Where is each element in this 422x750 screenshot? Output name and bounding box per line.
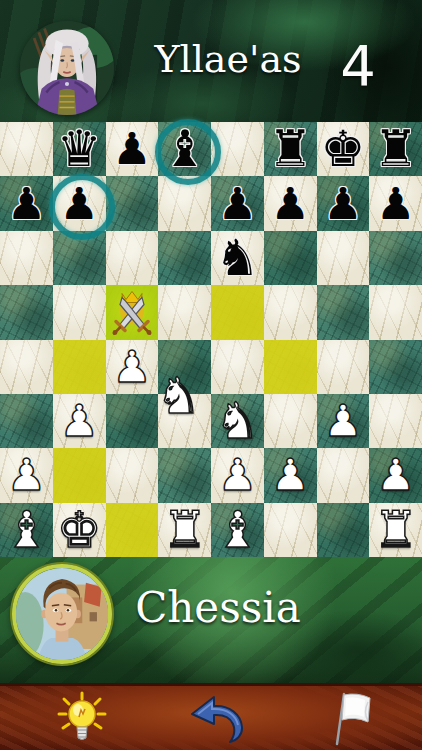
square-f1[interactable] bbox=[264, 503, 317, 557]
white-knight-e3[interactable]: ♞ bbox=[215, 396, 260, 446]
white-pawn-f2[interactable]: ♟ bbox=[270, 453, 309, 497]
black-rook-f8[interactable]: ♜ bbox=[268, 124, 313, 174]
square-d2[interactable] bbox=[158, 448, 211, 502]
black-pawn-c8[interactable]: ♟ bbox=[112, 127, 151, 171]
move-circle-marker bbox=[49, 174, 115, 240]
square-h2[interactable]: ♟ bbox=[369, 448, 422, 502]
move-circle-marker bbox=[155, 119, 221, 185]
top-player-name: Yllae'as bbox=[128, 40, 328, 78]
white-pawn-e2[interactable]: ♟ bbox=[218, 453, 257, 497]
square-g4[interactable] bbox=[317, 340, 370, 394]
bottom-player-bar: Chessia bbox=[0, 557, 422, 683]
game-toolbar bbox=[0, 683, 422, 750]
square-a4[interactable] bbox=[0, 340, 53, 394]
square-f5[interactable] bbox=[264, 285, 317, 339]
square-h7[interactable]: ♟ bbox=[369, 176, 422, 230]
black-pawn-e7[interactable]: ♟ bbox=[218, 182, 257, 226]
black-pawn-g7[interactable]: ♟ bbox=[323, 182, 362, 226]
chess-app: Yllae'as 4 ♛♟♝♜♚♜♟♟♟♟♟♟♞ ♟♟♞♞♟♟♟♟♟♝♚♜♝♜ bbox=[0, 0, 422, 750]
white-bishop-e1[interactable]: ♝ bbox=[215, 505, 260, 555]
square-h6[interactable] bbox=[369, 231, 422, 285]
white-bishop-a1[interactable]: ♝ bbox=[4, 505, 49, 555]
square-h4[interactable] bbox=[369, 340, 422, 394]
white-flag-icon bbox=[325, 690, 373, 746]
square-f4[interactable] bbox=[264, 340, 317, 394]
battle-swords-icon bbox=[110, 289, 154, 336]
square-a6[interactable] bbox=[0, 231, 53, 285]
square-c1[interactable] bbox=[106, 503, 159, 557]
square-a7[interactable]: ♟ bbox=[0, 176, 53, 230]
undo-arrow-icon bbox=[188, 693, 246, 743]
square-c8[interactable]: ♟ bbox=[106, 122, 159, 176]
white-rook-d1[interactable]: ♜ bbox=[162, 505, 207, 555]
square-g1[interactable] bbox=[317, 503, 370, 557]
black-queen-b8[interactable]: ♛ bbox=[57, 124, 102, 174]
square-g7[interactable]: ♟ bbox=[317, 176, 370, 230]
black-knight-e6[interactable]: ♞ bbox=[215, 233, 260, 283]
square-g6[interactable] bbox=[317, 231, 370, 285]
square-h1[interactable]: ♜ bbox=[369, 503, 422, 557]
square-b7[interactable]: ♟ bbox=[53, 176, 106, 230]
square-g8[interactable]: ♚ bbox=[317, 122, 370, 176]
bottom-player-avatar bbox=[12, 564, 112, 664]
white-pawn-h2[interactable]: ♟ bbox=[376, 453, 415, 497]
square-g2[interactable] bbox=[317, 448, 370, 502]
square-g3[interactable]: ♟ bbox=[317, 394, 370, 448]
square-d5[interactable] bbox=[158, 285, 211, 339]
square-b5[interactable] bbox=[53, 285, 106, 339]
black-pawn-h7[interactable]: ♟ bbox=[376, 182, 415, 226]
square-c5[interactable] bbox=[106, 285, 159, 339]
square-c3[interactable] bbox=[106, 394, 159, 448]
boy-portrait bbox=[16, 568, 108, 660]
square-b1[interactable]: ♚ bbox=[53, 503, 106, 557]
white-pawn-c4[interactable]: ♟ bbox=[112, 345, 151, 389]
white-knight-d3[interactable]: ♞ bbox=[156, 371, 201, 421]
square-f2[interactable]: ♟ bbox=[264, 448, 317, 502]
square-b2[interactable] bbox=[53, 448, 106, 502]
square-b3[interactable]: ♟ bbox=[53, 394, 106, 448]
square-a5[interactable] bbox=[0, 285, 53, 339]
square-e7[interactable]: ♟ bbox=[211, 176, 264, 230]
white-pawn-g3[interactable]: ♟ bbox=[323, 399, 362, 443]
black-rook-h8[interactable]: ♜ bbox=[373, 124, 418, 174]
square-e5[interactable] bbox=[211, 285, 264, 339]
square-e1[interactable]: ♝ bbox=[211, 503, 264, 557]
square-a2[interactable]: ♟ bbox=[0, 448, 53, 502]
square-h8[interactable]: ♜ bbox=[369, 122, 422, 176]
square-f6[interactable] bbox=[264, 231, 317, 285]
white-pawn-a2[interactable]: ♟ bbox=[7, 453, 46, 497]
top-player-bar: Yllae'as 4 bbox=[0, 0, 422, 122]
black-king-g8[interactable]: ♚ bbox=[320, 124, 365, 174]
square-c4[interactable]: ♟ bbox=[106, 340, 159, 394]
square-e2[interactable]: ♟ bbox=[211, 448, 264, 502]
square-f7[interactable]: ♟ bbox=[264, 176, 317, 230]
square-a1[interactable]: ♝ bbox=[0, 503, 53, 557]
square-d6[interactable] bbox=[158, 231, 211, 285]
black-pawn-a7[interactable]: ♟ bbox=[7, 182, 46, 226]
top-player-avatar bbox=[20, 21, 114, 115]
lightbulb-icon bbox=[55, 690, 109, 746]
square-f8[interactable]: ♜ bbox=[264, 122, 317, 176]
square-a3[interactable] bbox=[0, 394, 53, 448]
square-b4[interactable] bbox=[53, 340, 106, 394]
bottom-player-name: Chessia bbox=[112, 587, 324, 629]
chess-board: ♛♟♝♜♚♜♟♟♟♟♟♟♞ ♟♟♞♞♟♟♟♟♟♝♚♜♝♜ bbox=[0, 122, 422, 557]
black-pawn-f7[interactable]: ♟ bbox=[270, 182, 309, 226]
square-e4[interactable] bbox=[211, 340, 264, 394]
square-d1[interactable]: ♜ bbox=[158, 503, 211, 557]
square-a8[interactable] bbox=[0, 122, 53, 176]
white-rook-h1[interactable]: ♜ bbox=[373, 505, 418, 555]
white-king-b1[interactable]: ♚ bbox=[57, 505, 102, 555]
square-h5[interactable] bbox=[369, 285, 422, 339]
square-c6[interactable] bbox=[106, 231, 159, 285]
undo-button[interactable] bbox=[188, 693, 246, 743]
resign-button[interactable] bbox=[325, 690, 373, 746]
square-f3[interactable] bbox=[264, 394, 317, 448]
square-h3[interactable] bbox=[369, 394, 422, 448]
square-e6[interactable]: ♞ bbox=[211, 231, 264, 285]
square-d8[interactable]: ♝ bbox=[158, 122, 211, 176]
square-c2[interactable] bbox=[106, 448, 159, 502]
elf-portrait bbox=[20, 21, 114, 115]
square-d3[interactable]: ♞ bbox=[158, 394, 211, 448]
square-b8[interactable]: ♛ bbox=[53, 122, 106, 176]
square-g5[interactable] bbox=[317, 285, 370, 339]
top-player-counter: 4 bbox=[328, 38, 388, 94]
hint-button[interactable] bbox=[55, 690, 109, 746]
white-pawn-b3[interactable]: ♟ bbox=[59, 399, 98, 443]
square-e3[interactable]: ♞ bbox=[211, 394, 264, 448]
